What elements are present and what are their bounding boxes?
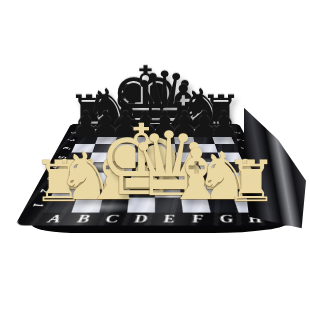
file-label-f-bottom: F <box>183 213 214 226</box>
square-c7 <box>115 136 136 144</box>
square-b2 <box>77 184 106 197</box>
file-label-text: C <box>124 124 131 129</box>
square-b6 <box>92 144 115 153</box>
file-label-b-bottom: B <box>67 213 99 226</box>
square-e5 <box>155 153 177 162</box>
square-d4 <box>132 162 155 173</box>
file-label-text: H <box>213 124 222 129</box>
square-c3 <box>106 173 132 185</box>
product-photo-canvas: ABCDEFGH8877665544332211ABCDEFGH ♜♞♝♚♛♝♞… <box>0 0 310 310</box>
square-f8 <box>173 129 193 136</box>
square-d7 <box>135 136 155 144</box>
file-label-text: G <box>218 213 234 224</box>
file-label-d-bottom: D <box>126 213 155 226</box>
rank-label-text: 5 <box>53 156 69 159</box>
square-e8 <box>155 129 174 136</box>
square-e1 <box>155 198 183 213</box>
square-e7 <box>155 136 175 144</box>
file-label-text: A <box>46 213 63 224</box>
square-c5 <box>111 153 134 162</box>
square-d8 <box>136 129 155 136</box>
square-f5 <box>176 153 199 162</box>
mat-corner-flare-right <box>244 104 306 232</box>
square-d6 <box>134 144 155 153</box>
rank-label-text: 3 <box>41 177 59 180</box>
file-label-text: E <box>163 213 176 224</box>
file-label-text: B <box>76 213 91 224</box>
square-b1 <box>71 198 102 213</box>
square-d1 <box>127 198 155 213</box>
square-f2 <box>180 184 208 197</box>
square-e4 <box>155 162 178 173</box>
rank-label-text: 8 <box>230 132 244 134</box>
square-c4 <box>109 162 133 173</box>
rank-label-text: 2 <box>34 189 53 193</box>
rank-label-8-right: 8 <box>228 129 246 136</box>
square-e6 <box>155 144 176 153</box>
file-label-e-bottom: E <box>155 213 184 226</box>
square-c2 <box>103 184 131 197</box>
file-label-g-bottom: G <box>211 213 243 226</box>
file-label-text: C <box>105 213 119 224</box>
square-f4 <box>177 162 201 173</box>
square-f7 <box>174 136 195 144</box>
square-e3 <box>155 173 180 185</box>
rank-label-text: 4 <box>47 166 64 169</box>
square-d3 <box>130 173 155 185</box>
file-label-text: D <box>142 124 149 129</box>
square-d5 <box>133 153 155 162</box>
square-f1 <box>181 198 211 213</box>
rank-label-text: 8 <box>67 132 81 134</box>
square-c1 <box>99 198 129 213</box>
square-b3 <box>81 173 108 185</box>
file-label-text: D <box>134 213 148 224</box>
file-label-text: B <box>106 124 114 129</box>
file-label-c-bottom: C <box>96 213 127 226</box>
rank-label-text: 7 <box>62 139 76 141</box>
rank-label-text: 6 <box>58 147 73 149</box>
square-b4 <box>85 162 111 173</box>
square-b8 <box>98 129 119 136</box>
file-label-text: F <box>178 124 185 129</box>
square-d2 <box>129 184 155 197</box>
square-e2 <box>155 184 181 197</box>
file-label-text: F <box>191 213 205 224</box>
square-f6 <box>175 144 197 153</box>
square-b7 <box>95 136 117 144</box>
square-c6 <box>113 144 135 153</box>
file-label-text: E <box>161 124 168 129</box>
square-f3 <box>178 173 204 185</box>
square-b5 <box>89 153 113 162</box>
rank-label-text: 1 <box>26 203 46 207</box>
square-c8 <box>117 129 137 136</box>
file-label-text: G <box>196 124 204 129</box>
